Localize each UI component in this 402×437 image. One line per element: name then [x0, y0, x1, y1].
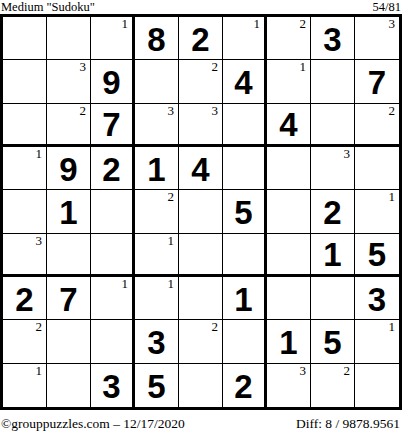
sudoku-cell-r6c1[interactable]: 3: [3, 234, 47, 277]
sudoku-cell-r3c6[interactable]: [223, 104, 267, 147]
corner-mark: 3: [80, 60, 87, 74]
given-digit: 4: [234, 66, 252, 99]
sudoku-cell-r4c1[interactable]: 1: [3, 147, 47, 190]
sudoku-cell-r9c7[interactable]: 3: [267, 364, 311, 407]
sudoku-cell-r8c2[interactable]: [47, 320, 91, 363]
sudoku-cell-r1c8[interactable]: 3: [311, 17, 355, 60]
sudoku-cell-r9c1[interactable]: 1: [3, 364, 47, 407]
given-digit: 4: [279, 108, 297, 141]
sudoku-cell-r7c6[interactable]: 1: [223, 277, 267, 320]
sudoku-cell-r7c5[interactable]: [179, 277, 223, 320]
sudoku-cell-r1c3[interactable]: 1: [91, 17, 135, 60]
corner-mark: 1: [122, 277, 129, 291]
given-digit: 7: [59, 283, 77, 316]
sudoku-cell-r4c2[interactable]: 9: [47, 147, 91, 190]
corner-mark: 1: [300, 60, 307, 74]
sudoku-cell-r7c9[interactable]: 3: [355, 277, 399, 320]
sudoku-cell-r6c3[interactable]: [91, 234, 135, 277]
corner-mark: 2: [168, 190, 175, 204]
corner-mark: 1: [122, 17, 129, 31]
sudoku-cell-r4c6[interactable]: [223, 147, 267, 190]
sudoku-cell-r4c7[interactable]: [267, 147, 311, 190]
sudoku-cell-r2c2[interactable]: 3: [47, 60, 91, 103]
sudoku-cell-r9c8[interactable]: 2: [311, 364, 355, 407]
sudoku-cell-r1c5[interactable]: 2: [179, 17, 223, 60]
corner-mark: 3: [168, 104, 175, 118]
sudoku-cell-r7c2[interactable]: 7: [47, 277, 91, 320]
sudoku-cell-r2c5[interactable]: 2: [179, 60, 223, 103]
sudoku-cell-r8c9[interactable]: 1: [355, 320, 399, 363]
corner-mark: 3: [389, 17, 396, 31]
sudoku-cell-r4c5[interactable]: 4: [179, 147, 223, 190]
given-digit: 1: [279, 326, 297, 359]
sudoku-cell-r3c4[interactable]: 3: [135, 104, 179, 147]
sudoku-cell-r8c8[interactable]: 5: [311, 320, 355, 363]
sudoku-cell-r3c7[interactable]: 4: [267, 104, 311, 147]
sudoku-cell-r5c4[interactable]: 2: [135, 190, 179, 233]
corner-mark: 2: [212, 60, 219, 74]
sudoku-cell-r5c7[interactable]: [267, 190, 311, 233]
sudoku-cell-r4c8[interactable]: 3: [311, 147, 355, 190]
sudoku-cell-r9c4[interactable]: 5: [135, 364, 179, 407]
given-digit: 3: [147, 326, 165, 359]
given-digit: 5: [234, 196, 252, 229]
sudoku-cell-r3c1[interactable]: [3, 104, 47, 147]
corner-mark: 2: [300, 17, 307, 31]
given-digit: 3: [368, 283, 386, 316]
sudoku-cell-r5c6[interactable]: 5: [223, 190, 267, 233]
sudoku-cell-r7c1[interactable]: 2: [3, 277, 47, 320]
corner-mark: 2: [80, 104, 87, 118]
sudoku-cell-r2c1[interactable]: [3, 60, 47, 103]
corner-mark: 2: [36, 320, 43, 334]
sudoku-cell-r6c7[interactable]: [267, 234, 311, 277]
sudoku-cell-r2c4[interactable]: [135, 60, 179, 103]
corner-mark: 1: [254, 17, 261, 31]
corner-mark: 1: [36, 364, 43, 378]
sudoku-cell-r9c9[interactable]: [355, 364, 399, 407]
sudoku-cell-r1c4[interactable]: 8: [135, 17, 179, 60]
given-digit: 2: [102, 153, 120, 186]
sudoku-cell-r6c2[interactable]: [47, 234, 91, 277]
sudoku-cell-r5c1[interactable]: [3, 190, 47, 233]
corner-mark: 1: [168, 234, 175, 248]
given-digit: 2: [323, 196, 341, 229]
given-digit: 9: [102, 66, 120, 99]
given-digit: 2: [15, 283, 33, 316]
sudoku-cell-r3c2[interactable]: 2: [47, 104, 91, 147]
sudoku-cell-r2c8[interactable]: [311, 60, 355, 103]
sudoku-page: Medium "Sudoku" 54/81 182123339241727334…: [0, 0, 402, 437]
corner-mark: 2: [212, 320, 219, 334]
given-digit: 7: [368, 66, 386, 99]
sudoku-cell-r6c6[interactable]: [223, 234, 267, 277]
corner-mark: 2: [344, 364, 351, 378]
sudoku-cell-r4c9[interactable]: [355, 147, 399, 190]
sudoku-cell-r8c1[interactable]: 2: [3, 320, 47, 363]
sudoku-cell-r4c3[interactable]: 2: [91, 147, 135, 190]
given-digit: 5: [147, 370, 165, 403]
sudoku-cell-r3c3[interactable]: 7: [91, 104, 135, 147]
copyright-text: ©grouppuzzles.com – 12/17/2020: [1, 416, 185, 431]
sudoku-cell-r2c3[interactable]: 9: [91, 60, 135, 103]
sudoku-cell-r6c8[interactable]: 1: [311, 234, 355, 277]
sudoku-cell-r3c5[interactable]: 3: [179, 104, 223, 147]
sudoku-cell-r8c4[interactable]: 3: [135, 320, 179, 363]
sudoku-cell-r6c4[interactable]: 1: [135, 234, 179, 277]
sudoku-cell-r9c5[interactable]: [179, 364, 223, 407]
sudoku-cell-r8c6[interactable]: [223, 320, 267, 363]
sudoku-cell-r5c9[interactable]: 1: [355, 190, 399, 233]
corner-mark: 3: [36, 234, 43, 248]
sudoku-cell-r3c8[interactable]: [311, 104, 355, 147]
corner-mark: 1: [168, 277, 175, 291]
footer: ©grouppuzzles.com – 12/17/2020 Diff: 8 /…: [0, 410, 402, 437]
sudoku-cell-r6c5[interactable]: [179, 234, 223, 277]
given-digit: 9: [59, 153, 77, 186]
sudoku-cell-r5c5[interactable]: [179, 190, 223, 233]
sudoku-cell-r7c3[interactable]: 1: [91, 277, 135, 320]
given-digit: 1: [323, 238, 341, 271]
sudoku-cell-r8c7[interactable]: 1: [267, 320, 311, 363]
corner-mark: 3: [344, 147, 351, 161]
sudoku-cell-r9c2[interactable]: [47, 364, 91, 407]
given-digit: 1: [234, 283, 252, 316]
given-digit: 1: [147, 153, 165, 186]
sudoku-cell-r2c9[interactable]: 7: [355, 60, 399, 103]
corner-mark: 1: [389, 190, 396, 204]
sudoku-cell-r6c9[interactable]: 5: [355, 234, 399, 277]
sudoku-cell-r3c9[interactable]: 2: [355, 104, 399, 147]
corner-mark: 3: [212, 104, 219, 118]
sudoku-cell-r1c2[interactable]: [47, 17, 91, 60]
blank-counter: 54/81: [373, 1, 401, 14]
sudoku-cell-r7c8[interactable]: [311, 277, 355, 320]
given-digit: 2: [234, 370, 252, 403]
given-digit: 5: [323, 326, 341, 359]
sudoku-cell-r9c6[interactable]: 2: [223, 364, 267, 407]
sudoku-cell-r7c4[interactable]: 1: [135, 277, 179, 320]
sudoku-cell-r8c3[interactable]: [91, 320, 135, 363]
given-digit: 3: [323, 23, 341, 56]
sudoku-cell-r7c7[interactable]: [267, 277, 311, 320]
given-digit: 5: [368, 238, 386, 271]
corner-mark: 1: [389, 320, 396, 334]
given-digit: 2: [191, 23, 209, 56]
given-digit: 1: [59, 196, 77, 229]
sudoku-cell-r1c9[interactable]: 3: [355, 17, 399, 60]
sudoku-cell-r1c7[interactable]: 2: [267, 17, 311, 60]
sudoku-board: 1821233392417273342192143125213115271113…: [0, 14, 402, 410]
corner-mark: 3: [300, 364, 307, 378]
sudoku-cell-r5c3[interactable]: [91, 190, 135, 233]
corner-mark: 1: [36, 147, 43, 161]
sudoku-cell-r8c5[interactable]: 2: [179, 320, 223, 363]
sudoku-cell-r5c8[interactable]: 2: [311, 190, 355, 233]
given-digit: 4: [191, 153, 209, 186]
sudoku-cell-r4c4[interactable]: 1: [135, 147, 179, 190]
puzzle-title: Medium "Sudoku": [1, 1, 95, 14]
header: Medium "Sudoku" 54/81: [0, 0, 402, 14]
given-digit: 3: [102, 370, 120, 403]
given-digit: 8: [147, 23, 165, 56]
corner-mark: 2: [389, 104, 396, 118]
difficulty-text: Diff: 8 / 9878.9561: [296, 416, 400, 431]
sudoku-cell-r1c6[interactable]: 1: [223, 17, 267, 60]
sudoku-cell-r5c2[interactable]: 1: [47, 190, 91, 233]
given-digit: 7: [102, 108, 120, 141]
sudoku-cell-r2c6[interactable]: 4: [223, 60, 267, 103]
sudoku-cell-r2c7[interactable]: 1: [267, 60, 311, 103]
sudoku-cell-r1c1[interactable]: [3, 17, 47, 60]
sudoku-cell-r9c3[interactable]: 3: [91, 364, 135, 407]
